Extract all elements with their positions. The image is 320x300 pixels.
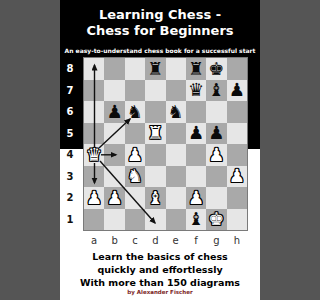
file-label-e: e [166, 233, 186, 248]
square-g5: ♟ [206, 123, 226, 145]
black-king-g8: ♚ [208, 60, 224, 78]
square-c3: ♞ [125, 166, 145, 188]
square-h6 [227, 101, 247, 123]
square-b6: ♟ [104, 101, 124, 123]
square-c2 [125, 187, 145, 209]
square-a2: ♟ [84, 187, 104, 209]
square-g4: ♟ [206, 144, 226, 166]
square-a6 [84, 101, 104, 123]
square-b4 [104, 144, 124, 166]
square-b1 [104, 209, 124, 231]
square-a8 [84, 58, 104, 80]
square-e7 [166, 80, 186, 102]
square-f5: ♟ [186, 123, 206, 145]
book-subtitle: An easy-to-understand chess book for a s… [60, 47, 260, 54]
rank-label-3: 3 [60, 166, 80, 188]
book-cover: Learning Chess - Chess for Beginners An … [60, 0, 260, 300]
black-rook-f8: ♜ [188, 60, 204, 78]
square-f3 [186, 166, 206, 188]
square-e4 [166, 144, 186, 166]
square-c5 [125, 123, 145, 145]
square-g2 [206, 187, 226, 209]
rank-label-2: 2 [60, 187, 80, 209]
rank-label-7: 7 [60, 80, 80, 102]
square-a7 [84, 80, 104, 102]
square-a1 [84, 209, 104, 231]
square-e3 [166, 166, 186, 188]
white-queen-a4: ♛ [86, 146, 102, 164]
square-f1: ♝ [186, 209, 206, 231]
rank-label-8: 8 [60, 58, 80, 80]
white-knight-c3: ♞ [127, 167, 143, 185]
square-c8 [125, 58, 145, 80]
white-pawn-f2: ♟ [188, 189, 204, 207]
square-g8: ♚ [206, 58, 226, 80]
square-b5 [104, 123, 124, 145]
square-e2 [166, 187, 186, 209]
square-h1 [227, 209, 247, 231]
author-byline: by Alexander Fischer [60, 289, 260, 295]
square-d1 [145, 209, 165, 231]
white-rook-d5: ♜ [147, 124, 163, 142]
square-g6 [206, 101, 226, 123]
square-c1 [125, 209, 145, 231]
white-pawn-h3: ♟ [229, 167, 245, 185]
rank-label-4: 4 [60, 144, 80, 166]
white-pawn-a2: ♟ [86, 189, 102, 207]
square-d3 [145, 166, 165, 188]
white-pawn-c4: ♟ [127, 146, 143, 164]
square-b3 [104, 166, 124, 188]
square-h8 [227, 58, 247, 80]
square-h5 [227, 123, 247, 145]
file-label-f: f [186, 233, 206, 248]
tagline-line1: Learn the basics of chess [60, 251, 260, 262]
file-label-d: d [145, 233, 165, 248]
square-d5: ♜ [145, 123, 165, 145]
tagline-line3: With more than 150 diagrams [60, 277, 260, 288]
chess-board: ♜♜♚♛♝♟♟♞♞♜♟♟♛♟♟♞♟♟♟♝♟♝♚ [84, 58, 247, 230]
square-c7 [125, 80, 145, 102]
rank-label-6: 6 [60, 101, 80, 123]
black-knight-c6: ♞ [127, 103, 143, 121]
square-g7: ♝ [206, 80, 226, 102]
square-h7: ♟ [227, 80, 247, 102]
file-label-g: g [206, 233, 226, 248]
square-a4: ♛ [84, 144, 104, 166]
square-f8: ♜ [186, 58, 206, 80]
square-h4 [227, 144, 247, 166]
rank-label-5: 5 [60, 123, 80, 145]
white-pawn-b2: ♟ [106, 189, 122, 207]
square-c4: ♟ [125, 144, 145, 166]
white-pawn-g4: ♟ [208, 146, 224, 164]
square-a3 [84, 166, 104, 188]
file-label-b: b [104, 233, 124, 248]
black-bishop-f1: ♝ [188, 210, 204, 228]
file-label-c: c [125, 233, 145, 248]
square-d8: ♜ [145, 58, 165, 80]
square-d4 [145, 144, 165, 166]
black-pawn-h7: ♟ [229, 81, 245, 99]
tagline-line2: quickly and effortlessly [60, 264, 260, 275]
square-e1 [166, 209, 186, 231]
square-c6: ♞ [125, 101, 145, 123]
square-f2: ♟ [186, 187, 206, 209]
square-g1: ♚ [206, 209, 226, 231]
square-f6 [186, 101, 206, 123]
square-b8 [104, 58, 124, 80]
rank-label-1: 1 [60, 209, 80, 231]
square-f4 [186, 144, 206, 166]
black-pawn-f5: ♟ [188, 124, 204, 142]
black-pawn-g5: ♟ [208, 124, 224, 142]
rank-labels: 87654321 [60, 58, 84, 230]
square-f7: ♛ [186, 80, 206, 102]
square-d7 [145, 80, 165, 102]
square-e6: ♞ [166, 101, 186, 123]
square-e8 [166, 58, 186, 80]
square-b2: ♟ [104, 187, 124, 209]
square-h3: ♟ [227, 166, 247, 188]
black-pawn-b6: ♟ [106, 103, 122, 121]
file-label-h: h [227, 233, 247, 248]
book-title-line2: Chess for Beginners [60, 23, 260, 38]
white-bishop-d2: ♝ [147, 189, 163, 207]
file-label-a: a [84, 233, 104, 248]
book-title-line1: Learning Chess - [60, 7, 260, 22]
black-queen-f7: ♛ [188, 81, 204, 99]
white-king-g1: ♚ [208, 210, 224, 228]
square-a5 [84, 123, 104, 145]
square-d2: ♝ [145, 187, 165, 209]
black-bishop-g7: ♝ [208, 81, 224, 99]
black-rook-d8: ♜ [147, 60, 163, 78]
square-b7 [104, 80, 124, 102]
square-h2 [227, 187, 247, 209]
square-g3 [206, 166, 226, 188]
square-d6 [145, 101, 165, 123]
file-labels: abcdefgh [84, 233, 247, 248]
square-e5 [166, 123, 186, 145]
black-knight-e6: ♞ [168, 103, 184, 121]
